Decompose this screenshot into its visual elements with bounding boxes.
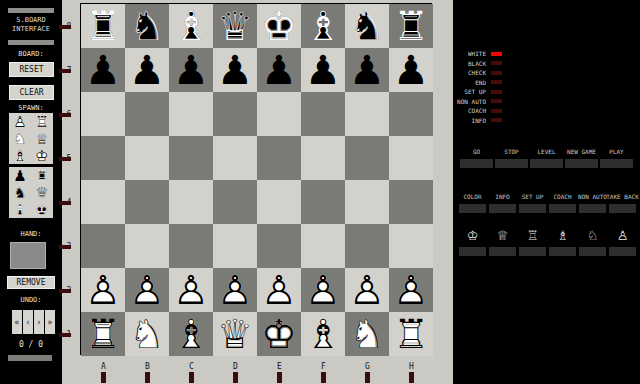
- white-king: ♚♔: [31, 147, 53, 164]
- non-auto-led-indicator: [491, 99, 502, 103]
- led-row-black: BLACK: [453, 59, 502, 69]
- led-label: SET UP: [464, 88, 486, 95]
- new-game-label: NEW GAME: [567, 147, 596, 157]
- square-a3[interactable]: [81, 224, 125, 268]
- square-f1[interactable]: ♝♗: [301, 312, 345, 356]
- stop-label: STOP: [504, 147, 518, 157]
- app-title-line1: S.BOARD: [0, 16, 62, 25]
- king-icon: ♔: [467, 226, 479, 245]
- led-row-non-auto: NON AUTO: [453, 97, 502, 107]
- square-c2[interactable]: ♟♙: [169, 268, 213, 312]
- black-rook: ♜♖: [81, 4, 125, 48]
- white-knight: ♞♘: [345, 312, 389, 356]
- led-label: INFO: [472, 117, 486, 124]
- spawn-black-rook-button[interactable]: ♜♖: [31, 167, 53, 184]
- square-h2[interactable]: ♟♙: [389, 268, 433, 312]
- set-up-led-indicator: [491, 90, 502, 94]
- black-queen: ♛♕: [31, 184, 53, 201]
- rank-tick-7: [59, 69, 71, 73]
- white-pawn: ♟♙: [389, 268, 433, 312]
- square-g3[interactable]: [345, 224, 389, 268]
- undo-section-label: UNDO:: [0, 296, 62, 304]
- piece-king-button[interactable]: [459, 247, 486, 256]
- mode-button-row: COLORINFOSET UPCOACHNON AUTOTAKE BACK: [459, 192, 636, 213]
- clear-button[interactable]: CLEAR: [9, 85, 54, 100]
- spawn-palette-black: ♟♜♖♞♘♛♕♝♗♚♔: [9, 167, 53, 218]
- square-e5[interactable]: [257, 136, 301, 180]
- black-king: ♚♔: [31, 201, 53, 218]
- spawn-section-label: SPAWN:: [0, 104, 62, 112]
- white-pawn: ♟♙: [9, 113, 31, 130]
- rank-tick-5: [59, 157, 71, 161]
- right-control-panel: WHITEBLACKCHECKENDSET UPNON AUTOCOACHINF…: [453, 0, 640, 384]
- set-up-label: SET UP: [522, 192, 544, 202]
- black-led-indicator: [491, 61, 502, 65]
- play-control: PLAY: [600, 147, 633, 168]
- square-g8[interactable]: ♞♘: [345, 4, 389, 48]
- left-sidebar: S.BOARD INTERFACE BOARD: RESET CLEAR SPA…: [0, 0, 62, 384]
- square-e3[interactable]: [257, 224, 301, 268]
- square-e2[interactable]: ♟♙: [257, 268, 301, 312]
- end-led-indicator: [491, 80, 502, 84]
- file-label-d: D: [214, 361, 258, 372]
- square-a7[interactable]: ♟: [81, 48, 125, 92]
- square-d8[interactable]: ♛♕: [213, 4, 257, 48]
- go-button[interactable]: [460, 159, 493, 168]
- piece-bishop-control: ♗: [549, 226, 576, 256]
- black-pawn: ♟: [81, 48, 125, 92]
- info-button[interactable]: [489, 204, 516, 213]
- set-up-control: SET UP: [519, 192, 546, 213]
- square-b5[interactable]: [125, 136, 169, 180]
- file-tick-c: [189, 372, 194, 383]
- square-c3[interactable]: [169, 224, 213, 268]
- remove-button[interactable]: REMOVE: [7, 276, 55, 289]
- square-h7[interactable]: ♟: [389, 48, 433, 92]
- rank-tick-4: [59, 201, 71, 205]
- led-row-coach: COACH: [453, 106, 502, 116]
- square-h3[interactable]: [389, 224, 433, 268]
- white-pawn: ♟♙: [345, 268, 389, 312]
- square-c5[interactable]: [169, 136, 213, 180]
- color-label: COLOR: [463, 192, 481, 202]
- white-knight: ♞♘: [9, 130, 31, 147]
- spawn-white-king-button[interactable]: ♚♔: [31, 147, 53, 164]
- square-f4[interactable]: [301, 180, 345, 224]
- bishop-icon: ♗: [557, 226, 569, 245]
- square-e8[interactable]: ♚♔: [257, 4, 301, 48]
- command-button-row: GOSTOPLEVELNEW GAMEPLAY: [460, 147, 633, 168]
- square-f7[interactable]: ♟: [301, 48, 345, 92]
- white-knight: ♞♘: [125, 312, 169, 356]
- black-pawn: ♟: [257, 48, 301, 92]
- black-knight: ♞♘: [125, 4, 169, 48]
- white-rook: ♜♖: [31, 113, 53, 130]
- file-label-a: A: [82, 361, 126, 372]
- white-pawn: ♟♙: [81, 268, 125, 312]
- non-auto-button[interactable]: [579, 204, 606, 213]
- square-h8[interactable]: ♜♖: [389, 4, 433, 48]
- white-pawn: ♟♙: [125, 268, 169, 312]
- spawn-black-king-button[interactable]: ♚♔: [31, 201, 53, 218]
- led-row-set-up: SET UP: [453, 87, 502, 97]
- file-label-b: B: [126, 361, 170, 372]
- file-label-e: E: [258, 361, 302, 372]
- white-rook: ♜♖: [81, 312, 125, 356]
- rank-tick-6: [59, 113, 71, 117]
- black-pawn: ♟: [169, 48, 213, 92]
- black-pawn: ♟: [301, 48, 345, 92]
- level-control: LEVEL: [530, 147, 563, 168]
- square-g2[interactable]: ♟♙: [345, 268, 389, 312]
- coach-led-indicator: [491, 109, 502, 113]
- spawn-white-queen-button[interactable]: ♛♕: [31, 130, 53, 147]
- spawn-black-pawn-button[interactable]: ♟: [9, 167, 31, 184]
- square-g4[interactable]: [345, 180, 389, 224]
- square-h5[interactable]: [389, 136, 433, 180]
- square-f5[interactable]: [301, 136, 345, 180]
- led-row-white: WHITE: [453, 49, 502, 59]
- spawn-white-rook-button[interactable]: ♜♖: [31, 113, 53, 130]
- check-led-indicator: [491, 71, 502, 75]
- board-section-label: BOARD:: [0, 50, 62, 58]
- spawn-black-bishop-button[interactable]: ♝♗: [9, 201, 31, 218]
- square-c6[interactable]: [169, 92, 213, 136]
- file-label-f: F: [302, 361, 346, 372]
- file-tick-f: [321, 372, 326, 383]
- piece-bishop-button[interactable]: [549, 247, 576, 256]
- white-king: ♚♔: [257, 312, 301, 356]
- set-up-button[interactable]: [519, 204, 546, 213]
- piece-knight-control: ♘: [579, 226, 606, 256]
- black-bishop: ♝♗: [9, 201, 31, 218]
- piece-queen-button[interactable]: [489, 247, 516, 256]
- led-label: WHITE: [468, 50, 486, 57]
- redo-button[interactable]: ›: [34, 310, 44, 334]
- square-g7[interactable]: ♟: [345, 48, 389, 92]
- square-g6[interactable]: [345, 92, 389, 136]
- file-label-c: C: [170, 361, 214, 372]
- black-knight: ♞♘: [9, 184, 31, 201]
- square-d4[interactable]: [213, 180, 257, 224]
- square-f6[interactable]: [301, 92, 345, 136]
- undo-counter: 0 / 0: [0, 340, 62, 349]
- white-pawn: ♟♙: [213, 268, 257, 312]
- non-auto-label: NON AUTO: [578, 192, 607, 202]
- piece-pawn-control: ♙: [609, 226, 636, 256]
- square-d3[interactable]: [213, 224, 257, 268]
- rank-tick-2: [59, 289, 71, 293]
- square-d6[interactable]: [213, 92, 257, 136]
- black-pawn: ♟: [9, 167, 31, 184]
- square-a2[interactable]: ♟♙: [81, 268, 125, 312]
- black-queen: ♛♕: [213, 4, 257, 48]
- square-d2[interactable]: ♟♙: [213, 268, 257, 312]
- file-label-g: G: [346, 361, 390, 372]
- coach-label: COACH: [553, 192, 571, 202]
- led-label: BLACK: [468, 60, 486, 67]
- rank-tick-1: [59, 333, 71, 337]
- info-led-indicator: [491, 118, 502, 122]
- info-control: INFO: [489, 192, 516, 213]
- square-e6[interactable]: [257, 92, 301, 136]
- piece-rook-button[interactable]: [519, 247, 546, 256]
- sboard-interface-app: S.BOARD INTERFACE BOARD: RESET CLEAR SPA…: [0, 0, 640, 384]
- coach-button[interactable]: [549, 204, 576, 213]
- new-game-button[interactable]: [565, 159, 598, 168]
- square-h6[interactable]: [389, 92, 433, 136]
- color-button[interactable]: [459, 204, 486, 213]
- square-e7[interactable]: ♟: [257, 48, 301, 92]
- black-king: ♚♔: [257, 4, 301, 48]
- redo-to-end-button[interactable]: »: [45, 310, 55, 334]
- spawn-white-bishop-button[interactable]: ♝♗: [9, 147, 31, 164]
- square-f8[interactable]: ♝♗: [301, 4, 345, 48]
- level-button[interactable]: [530, 159, 563, 168]
- file-tick-b: [145, 372, 150, 383]
- spawn-palette-white: ♟♙♜♖♞♘♛♕♝♗♚♔: [9, 113, 53, 164]
- file-tick-g: [365, 372, 370, 383]
- divider-bar: [8, 40, 54, 45]
- square-a5[interactable]: [81, 136, 125, 180]
- black-pawn: ♟: [345, 48, 389, 92]
- square-c4[interactable]: [169, 180, 213, 224]
- spawn-white-pawn-button[interactable]: ♟♙: [9, 113, 31, 130]
- square-b3[interactable]: [125, 224, 169, 268]
- hand-section-label: HAND:: [0, 230, 62, 238]
- hand-box: [10, 242, 46, 269]
- chess-board: ♜♖♞♘♝♗♛♕♚♔♝♗♞♘♜♖♟♟♟♟♟♟♟♟♟♙♟♙♟♙♟♙♟♙♟♙♟♙♟♙…: [80, 3, 432, 355]
- play-label: PLAY: [609, 147, 623, 157]
- queen-icon: ♕: [497, 226, 509, 245]
- square-d7[interactable]: ♟: [213, 48, 257, 92]
- take-back-control: TAKE BACK: [609, 192, 636, 213]
- rook-icon: ♖: [527, 226, 539, 245]
- piece-king-control: ♔: [459, 226, 486, 256]
- square-e1[interactable]: ♚♔: [257, 312, 301, 356]
- divider-bar: [8, 8, 54, 13]
- black-bishop: ♝♗: [301, 4, 345, 48]
- white-pawn: ♟♙: [169, 268, 213, 312]
- spawn-black-queen-button[interactable]: ♛♕: [31, 184, 53, 201]
- piece-queen-control: ♕: [489, 226, 516, 256]
- knight-icon: ♘: [587, 226, 599, 245]
- undo-controls: «‹›»: [12, 310, 55, 334]
- undo-to-start-button[interactable]: «: [12, 310, 22, 334]
- stop-control: STOP: [495, 147, 528, 168]
- square-b2[interactable]: ♟♙: [125, 268, 169, 312]
- square-c8[interactable]: ♝♗: [169, 4, 213, 48]
- file-tick-a: [101, 372, 106, 383]
- new-game-control: NEW GAME: [565, 147, 598, 168]
- square-d5[interactable]: [213, 136, 257, 180]
- square-h1[interactable]: ♜♖: [389, 312, 433, 356]
- coach-control: COACH: [549, 192, 576, 213]
- file-tick-d: [233, 372, 238, 383]
- black-bishop: ♝♗: [169, 4, 213, 48]
- piece-knight-button[interactable]: [579, 247, 606, 256]
- divider-bar: [8, 355, 52, 361]
- white-pawn: ♟♙: [257, 268, 301, 312]
- piece-button-row: ♔♕♖♗♘♙: [459, 226, 636, 256]
- square-b7[interactable]: ♟: [125, 48, 169, 92]
- go-label: GO: [473, 147, 480, 157]
- led-row-info: INFO: [453, 116, 502, 126]
- take-back-label: TAKE BACK: [606, 192, 639, 202]
- led-row-check: CHECK: [453, 68, 502, 78]
- led-label: CHECK: [468, 69, 486, 76]
- square-b4[interactable]: [125, 180, 169, 224]
- black-rook: ♜♖: [389, 4, 433, 48]
- led-label: COACH: [468, 107, 486, 114]
- black-pawn: ♟: [125, 48, 169, 92]
- file-label-h: H: [390, 361, 434, 372]
- square-d1[interactable]: ♛♕: [213, 312, 257, 356]
- black-knight: ♞♘: [345, 4, 389, 48]
- white-bishop: ♝♗: [169, 312, 213, 356]
- white-bishop: ♝♗: [301, 312, 345, 356]
- status-led-block: WHITEBLACKCHECKENDSET UPNON AUTOCOACHINF…: [453, 49, 502, 125]
- level-label: LEVEL: [537, 147, 555, 157]
- led-label: NON AUTO: [457, 98, 486, 105]
- black-pawn: ♟: [213, 48, 257, 92]
- non-auto-control: NON AUTO: [579, 192, 606, 213]
- square-b1[interactable]: ♞♘: [125, 312, 169, 356]
- white-pawn: ♟♙: [301, 268, 345, 312]
- white-queen: ♛♕: [31, 130, 53, 147]
- square-b6[interactable]: [125, 92, 169, 136]
- white-led-indicator: [491, 52, 502, 56]
- square-f2[interactable]: ♟♙: [301, 268, 345, 312]
- go-control: GO: [460, 147, 493, 168]
- app-title-line2: INTERFACE: [0, 25, 62, 34]
- led-row-end: END: [453, 78, 502, 88]
- rank-tick-3: [59, 245, 71, 249]
- white-bishop: ♝♗: [9, 147, 31, 164]
- rank-tick-8: [59, 25, 71, 29]
- white-rook: ♜♖: [389, 312, 433, 356]
- spawn-black-knight-button[interactable]: ♞♘: [9, 184, 31, 201]
- color-control: COLOR: [459, 192, 486, 213]
- black-pawn: ♟: [389, 48, 433, 92]
- led-label: END: [475, 79, 486, 86]
- app-title: S.BOARD INTERFACE: [0, 16, 62, 34]
- file-tick-e: [277, 372, 282, 383]
- square-f3[interactable]: [301, 224, 345, 268]
- stop-button[interactable]: [495, 159, 528, 168]
- board-panel: ♜♖♞♘♝♗♛♕♚♔♝♗♞♘♜♖♟♟♟♟♟♟♟♟♟♙♟♙♟♙♟♙♟♙♟♙♟♙♟♙…: [62, 0, 453, 384]
- square-c1[interactable]: ♝♗: [169, 312, 213, 356]
- piece-rook-control: ♖: [519, 226, 546, 256]
- square-h4[interactable]: [389, 180, 433, 224]
- square-e4[interactable]: [257, 180, 301, 224]
- piece-pawn-button[interactable]: [609, 247, 636, 256]
- square-g5[interactable]: [345, 136, 389, 180]
- spawn-white-knight-button[interactable]: ♞♘: [9, 130, 31, 147]
- square-a1[interactable]: ♜♖: [81, 312, 125, 356]
- white-queen: ♛♕: [213, 312, 257, 356]
- undo-button[interactable]: ‹: [23, 310, 33, 334]
- square-g1[interactable]: ♞♘: [345, 312, 389, 356]
- square-a8[interactable]: ♜♖: [81, 4, 125, 48]
- reset-button[interactable]: RESET: [9, 62, 54, 77]
- square-b8[interactable]: ♞♘: [125, 4, 169, 48]
- file-tick-h: [409, 372, 414, 383]
- black-rook: ♜♖: [31, 167, 53, 184]
- square-c7[interactable]: ♟: [169, 48, 213, 92]
- square-a4[interactable]: [81, 180, 125, 224]
- info-label: INFO: [495, 192, 509, 202]
- play-button[interactable]: [600, 159, 633, 168]
- take-back-button[interactable]: [609, 204, 636, 213]
- square-a6[interactable]: [81, 92, 125, 136]
- pawn-icon: ♙: [617, 226, 629, 245]
